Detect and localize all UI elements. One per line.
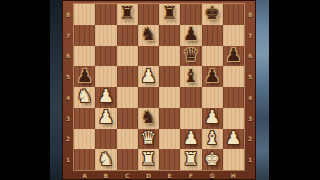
square-a8[interactable] [74, 4, 95, 25]
rank-label-2: 2 [244, 129, 256, 150]
square-b1[interactable]: ♞ [95, 149, 116, 170]
file-label-d: D [138, 170, 159, 180]
square-b3[interactable]: ♟ [95, 108, 116, 129]
square-c7[interactable] [117, 25, 138, 46]
square-g3[interactable]: ♟ [202, 108, 223, 129]
black-pawn[interactable]: ♟ [204, 67, 220, 85]
chess-app-screen: 87654321 ♜♜♚♞♟♛♟♟♟♝♟♞♟♟♞♟♛♟♝♟♞♜♜♚ 876543… [0, 0, 320, 180]
rank-label-4: 4 [244, 87, 256, 108]
white-pawn[interactable]: ♟ [183, 129, 199, 147]
square-d5[interactable]: ♟ [138, 66, 159, 87]
file-label-e: E [159, 170, 180, 180]
square-d2[interactable]: ♛ [138, 129, 159, 150]
square-b4[interactable]: ♟ [95, 87, 116, 108]
file-label-h: H [223, 170, 244, 180]
white-pawn[interactable]: ♟ [204, 108, 220, 126]
square-f2[interactable]: ♟ [180, 129, 201, 150]
black-knight[interactable]: ♞ [140, 108, 156, 126]
square-e5[interactable] [159, 66, 180, 87]
square-c8[interactable]: ♜ [117, 4, 138, 25]
square-c4[interactable] [117, 87, 138, 108]
square-h1[interactable] [223, 149, 244, 170]
black-pawn[interactable]: ♟ [225, 46, 241, 64]
square-h4[interactable] [223, 87, 244, 108]
black-pawn[interactable]: ♟ [183, 25, 199, 43]
square-e6[interactable] [159, 46, 180, 67]
square-f5[interactable]: ♝ [180, 66, 201, 87]
black-rook[interactable]: ♜ [119, 4, 135, 22]
square-f3[interactable] [180, 108, 201, 129]
rank-labels-right: 87654321 [244, 4, 256, 170]
square-b7[interactable] [95, 25, 116, 46]
black-knight[interactable]: ♞ [140, 25, 156, 43]
white-rook[interactable]: ♜ [140, 150, 156, 168]
white-pawn[interactable]: ♟ [225, 129, 241, 147]
rank-label-8: 8 [244, 4, 256, 25]
square-e7[interactable] [159, 25, 180, 46]
square-h6[interactable]: ♟ [223, 46, 244, 67]
black-bishop[interactable]: ♝ [183, 67, 199, 85]
square-b6[interactable] [95, 46, 116, 67]
rank-label-3: 3 [244, 108, 256, 129]
rank-label-6: 6 [244, 46, 256, 67]
rank-label-7: 7 [244, 25, 256, 46]
square-b5[interactable] [95, 66, 116, 87]
black-king[interactable]: ♚ [204, 4, 220, 22]
file-label-c: C [117, 170, 138, 180]
square-c5[interactable] [117, 66, 138, 87]
square-a3[interactable] [74, 108, 95, 129]
square-e3[interactable] [159, 108, 180, 129]
square-d8[interactable] [138, 4, 159, 25]
square-f1[interactable]: ♜ [180, 149, 201, 170]
white-rook[interactable]: ♜ [183, 150, 199, 168]
rank-label-5: 5 [244, 66, 256, 87]
square-f4[interactable] [180, 87, 201, 108]
black-rook[interactable]: ♜ [162, 4, 178, 22]
square-h5[interactable] [223, 66, 244, 87]
square-g5[interactable]: ♟ [202, 66, 223, 87]
file-label-g: G [202, 170, 223, 180]
white-pawn[interactable]: ♟ [140, 67, 156, 85]
square-a7[interactable] [74, 25, 95, 46]
square-f7[interactable]: ♟ [180, 25, 201, 46]
file-label-f: F [180, 170, 201, 180]
square-e8[interactable]: ♜ [159, 4, 180, 25]
square-d7[interactable]: ♞ [138, 25, 159, 46]
white-knight[interactable]: ♞ [77, 87, 93, 105]
white-pawn[interactable]: ♟ [98, 87, 114, 105]
chess-board: 87654321 ♜♜♚♞♟♛♟♟♟♝♟♞♟♟♞♟♛♟♝♟♞♜♜♚ 876543… [62, 0, 256, 180]
square-g4[interactable] [202, 87, 223, 108]
white-knight[interactable]: ♞ [98, 150, 114, 168]
square-d4[interactable] [138, 87, 159, 108]
square-c1[interactable] [117, 149, 138, 170]
square-c3[interactable] [117, 108, 138, 129]
file-label-a: A [74, 170, 95, 180]
square-a5[interactable]: ♟ [74, 66, 95, 87]
square-g2[interactable]: ♝ [202, 129, 223, 150]
square-g1[interactable]: ♚ [202, 149, 223, 170]
square-h8[interactable] [223, 4, 244, 25]
square-g7[interactable] [202, 25, 223, 46]
file-label-b: B [95, 170, 116, 180]
square-a1[interactable] [74, 149, 95, 170]
file-labels: ABCDEFGH [74, 170, 244, 180]
square-d3[interactable]: ♞ [138, 108, 159, 129]
white-pawn[interactable]: ♟ [98, 108, 114, 126]
square-b8[interactable] [95, 4, 116, 25]
board-squares: ♜♜♚♞♟♛♟♟♟♝♟♞♟♟♞♟♛♟♝♟♞♜♜♚ [73, 3, 245, 171]
square-h3[interactable] [223, 108, 244, 129]
square-h2[interactable]: ♟ [223, 129, 244, 150]
white-bishop[interactable]: ♝ [204, 129, 220, 147]
square-f8[interactable] [180, 4, 201, 25]
square-h7[interactable] [223, 25, 244, 46]
square-g6[interactable] [202, 46, 223, 67]
square-d1[interactable]: ♜ [138, 149, 159, 170]
square-b2[interactable] [95, 129, 116, 150]
square-g8[interactable]: ♚ [202, 4, 223, 25]
letterbox-left [0, 0, 50, 180]
black-queen[interactable]: ♛ [183, 46, 199, 64]
background-sky-left [50, 0, 62, 180]
square-f6[interactable]: ♛ [180, 46, 201, 67]
square-a4[interactable]: ♞ [74, 87, 95, 108]
rank-label-1: 1 [244, 149, 256, 170]
letterbox-right [269, 0, 320, 180]
square-e4[interactable] [159, 87, 180, 108]
square-a6[interactable] [74, 46, 95, 67]
white-queen[interactable]: ♛ [140, 129, 156, 147]
white-king[interactable]: ♚ [204, 150, 220, 168]
square-e2[interactable] [159, 129, 180, 150]
square-e1[interactable] [159, 149, 180, 170]
square-c2[interactable] [117, 129, 138, 150]
square-c6[interactable] [117, 46, 138, 67]
square-a2[interactable] [74, 129, 95, 150]
square-d6[interactable] [138, 46, 159, 67]
background-sky-right [256, 0, 269, 180]
black-pawn[interactable]: ♟ [77, 67, 93, 85]
